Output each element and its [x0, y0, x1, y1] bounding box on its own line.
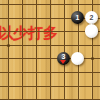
move-number: 2: [90, 14, 94, 21]
board-grid-line-h: [0, 4, 100, 5]
stone-black-1[interactable]: 1: [71, 11, 85, 25]
move-number: 3: [57, 53, 71, 60]
board-grid-line-h: [0, 58, 100, 59]
board-grid-line-h: [0, 99, 100, 100]
stone-white[interactable]: [85, 24, 99, 38]
stone-black-3[interactable]: 3: [57, 52, 71, 66]
go-board[interactable]: 以少打多 123: [0, 0, 100, 100]
stone-white[interactable]: [71, 52, 85, 66]
star-point: [7, 44, 10, 47]
board-grid-line-h: [0, 72, 100, 73]
board-grid-line-h: [0, 86, 100, 87]
last-move-triangle-marker: [60, 60, 66, 64]
stone-white-2[interactable]: 2: [85, 11, 99, 25]
board-grid-line-h: [0, 45, 100, 46]
move-number: 1: [76, 14, 80, 21]
